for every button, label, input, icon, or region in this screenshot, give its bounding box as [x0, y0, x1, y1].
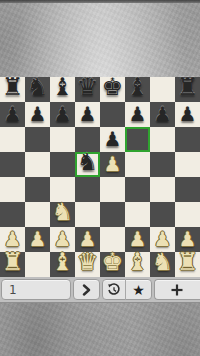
white-knight-piece: ♞: [150, 249, 175, 276]
square-g1[interactable]: ♞: [150, 252, 175, 277]
square-h2[interactable]: ♟: [175, 227, 200, 252]
square-b3[interactable]: [25, 202, 50, 227]
square-b6[interactable]: [25, 127, 50, 152]
white-pawn-piece: ♟: [75, 226, 100, 253]
square-d2[interactable]: ♟: [75, 227, 100, 252]
add-panel: [154, 279, 200, 300]
square-e1[interactable]: ♚: [100, 252, 125, 277]
square-a3[interactable]: [0, 202, 25, 227]
black-pawn-piece: ♟: [0, 101, 25, 128]
square-g4[interactable]: [150, 177, 175, 202]
square-e5[interactable]: ♟: [100, 152, 125, 177]
black-bishop-piece: ♝: [125, 74, 150, 101]
square-e6[interactable]: ♟: [100, 127, 125, 152]
square-b2[interactable]: ♟: [25, 227, 50, 252]
square-c7[interactable]: ♟: [50, 102, 75, 127]
white-king-piece: ♚: [100, 249, 125, 276]
square-g6[interactable]: [150, 127, 175, 152]
square-d8[interactable]: ♛: [75, 77, 100, 102]
black-knight-piece: ♞: [75, 149, 100, 176]
black-rook-piece: ♜: [175, 74, 200, 101]
square-e4[interactable]: [100, 177, 125, 202]
square-c3[interactable]: ♞: [50, 202, 75, 227]
square-f4[interactable]: [125, 177, 150, 202]
next-move-panel: [73, 279, 100, 300]
square-e3[interactable]: [100, 202, 125, 227]
square-d5[interactable]: ♞: [75, 152, 100, 177]
move-number-panel: 1: [1, 279, 71, 300]
square-d7[interactable]: ♟: [75, 102, 100, 127]
white-bishop-piece: ♝: [125, 249, 150, 276]
square-h8[interactable]: ♜: [175, 77, 200, 102]
square-f5[interactable]: [125, 152, 150, 177]
square-e8[interactable]: ♚: [100, 77, 125, 102]
square-h4[interactable]: [175, 177, 200, 202]
square-f3[interactable]: [125, 202, 150, 227]
square-c8[interactable]: ♝: [50, 77, 75, 102]
square-c5[interactable]: [50, 152, 75, 177]
square-g8[interactable]: [150, 77, 175, 102]
square-c1[interactable]: ♝: [50, 252, 75, 277]
white-pawn-piece: ♟: [150, 226, 175, 253]
square-c2[interactable]: ♟: [50, 227, 75, 252]
black-pawn-piece: ♟: [25, 101, 50, 128]
white-bishop-piece: ♝: [50, 249, 75, 276]
black-pawn-piece: ♟: [50, 101, 75, 128]
square-e2[interactable]: [100, 227, 125, 252]
toolbar: 1 ★: [0, 277, 200, 303]
square-b7[interactable]: ♟: [25, 102, 50, 127]
white-pawn-piece: ♟: [100, 151, 125, 178]
square-b4[interactable]: [25, 177, 50, 202]
black-queen-piece: ♛: [75, 74, 100, 101]
star-icon: ★: [132, 283, 145, 297]
add-button[interactable]: [164, 279, 190, 300]
black-pawn-piece: ♟: [175, 101, 200, 128]
square-g3[interactable]: [150, 202, 175, 227]
black-bishop-piece: ♝: [50, 74, 75, 101]
history-button[interactable]: [103, 279, 127, 300]
square-h6[interactable]: [175, 127, 200, 152]
square-a7[interactable]: ♟: [0, 102, 25, 127]
white-rook-piece: ♜: [175, 249, 200, 276]
plus-icon: [170, 283, 184, 297]
square-f6[interactable]: [125, 127, 150, 152]
square-e7[interactable]: [100, 102, 125, 127]
history-clock-icon: [107, 283, 121, 297]
chess-app-screen: ♜♞♝♛♚♝♜♟♟♟♟♟♟♟♟♞♟♞♟♟♟♟♟♟♟♜♝♛♚♝♞♜ 1 ★: [0, 0, 200, 356]
move-number: 1: [9, 283, 17, 297]
square-d6[interactable]: [75, 127, 100, 152]
white-queen-piece: ♛: [75, 249, 100, 276]
square-a5[interactable]: [0, 152, 25, 177]
square-a8[interactable]: ♜: [0, 77, 25, 102]
black-pawn-piece: ♟: [75, 101, 100, 128]
square-h7[interactable]: ♟: [175, 102, 200, 127]
screen-top-edge: [0, 0, 200, 3]
square-h3[interactable]: [175, 202, 200, 227]
square-d4[interactable]: [75, 177, 100, 202]
square-b5[interactable]: [25, 152, 50, 177]
white-pawn-piece: ♟: [175, 226, 200, 253]
square-h1[interactable]: ♜: [175, 252, 200, 277]
next-move-button[interactable]: [74, 279, 99, 300]
black-pawn-piece: ♟: [150, 101, 175, 128]
square-f2[interactable]: ♟: [125, 227, 150, 252]
square-g7[interactable]: ♟: [150, 102, 175, 127]
square-b8[interactable]: ♞: [25, 77, 50, 102]
star-button[interactable]: ★: [126, 279, 150, 300]
square-b1[interactable]: [25, 252, 50, 277]
square-a2[interactable]: ♟: [0, 227, 25, 252]
square-f1[interactable]: ♝: [125, 252, 150, 277]
square-g5[interactable]: [150, 152, 175, 177]
square-a4[interactable]: [0, 177, 25, 202]
square-d1[interactable]: ♛: [75, 252, 100, 277]
square-f7[interactable]: ♟: [125, 102, 150, 127]
chevron-right-icon: [80, 284, 92, 296]
square-f8[interactable]: ♝: [125, 77, 150, 102]
white-pawn-piece: ♟: [0, 226, 25, 253]
history-star-panel: ★: [102, 279, 152, 300]
white-rook-piece: ♜: [0, 249, 25, 276]
chess-board[interactable]: ♜♞♝♛♚♝♜♟♟♟♟♟♟♟♟♞♟♞♟♟♟♟♟♟♟♜♝♛♚♝♞♜: [0, 77, 200, 277]
white-pawn-piece: ♟: [50, 226, 75, 253]
black-rook-piece: ♜: [0, 74, 25, 101]
square-c4[interactable]: [50, 177, 75, 202]
white-pawn-piece: ♟: [25, 226, 50, 253]
square-d3[interactable]: [75, 202, 100, 227]
white-knight-piece: ♞: [50, 199, 75, 226]
black-king-piece: ♚: [100, 74, 125, 101]
black-knight-piece: ♞: [25, 74, 50, 101]
square-a1[interactable]: ♜: [0, 252, 25, 277]
black-pawn-piece: ♟: [100, 126, 125, 153]
square-c6[interactable]: [50, 127, 75, 152]
white-pawn-piece: ♟: [125, 226, 150, 253]
black-pawn-piece: ♟: [125, 101, 150, 128]
square-g2[interactable]: ♟: [150, 227, 175, 252]
square-h5[interactable]: [175, 152, 200, 177]
square-a6[interactable]: [0, 127, 25, 152]
